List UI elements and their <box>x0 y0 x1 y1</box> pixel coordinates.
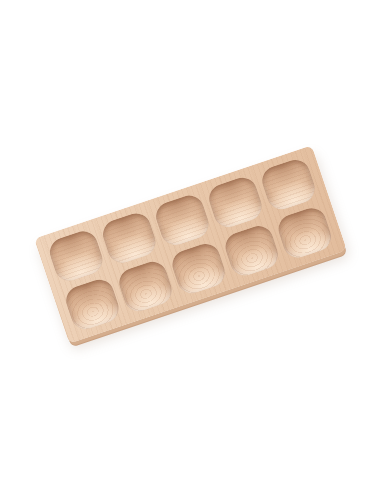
mancala-board <box>34 145 347 344</box>
pit-r2-c1[interactable] <box>62 276 122 333</box>
pit-grid <box>34 145 347 344</box>
pit-r1-c5[interactable] <box>258 156 318 213</box>
pit-r2-c4[interactable] <box>221 222 281 279</box>
pit-r2-c5[interactable] <box>275 204 335 261</box>
pit-r2-c3[interactable] <box>168 240 228 297</box>
pit-r1-c2[interactable] <box>99 210 159 267</box>
pit-r1-c1[interactable] <box>46 227 106 284</box>
pit-r1-c3[interactable] <box>152 192 212 249</box>
pit-r1-c4[interactable] <box>205 174 265 231</box>
product-photo-canvas <box>0 0 381 492</box>
pit-r2-c2[interactable] <box>115 258 175 315</box>
